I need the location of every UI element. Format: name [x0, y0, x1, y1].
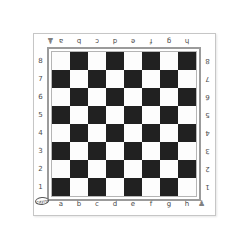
square-c6[interactable]	[88, 88, 106, 106]
coord-label-c: c	[88, 199, 106, 210]
square-g7[interactable]	[160, 70, 178, 88]
square-b7[interactable]	[70, 70, 88, 88]
square-d2[interactable]	[106, 160, 124, 178]
coord-label-2: 2	[34, 160, 47, 178]
brand-logo: cayro	[35, 196, 50, 205]
square-d4[interactable]	[106, 124, 124, 142]
square-e5[interactable]	[124, 106, 142, 124]
square-a1[interactable]	[52, 178, 70, 196]
coord-label-8: 8	[201, 52, 214, 70]
coord-label-e: e	[124, 199, 142, 210]
coord-label-6: 6	[201, 88, 214, 106]
square-c5[interactable]	[88, 106, 106, 124]
square-b8[interactable]	[70, 52, 88, 70]
right-rank-labels: 87654321	[201, 52, 214, 196]
square-b4[interactable]	[70, 124, 88, 142]
square-g1[interactable]	[160, 178, 178, 196]
chess-board	[52, 52, 196, 196]
square-c2[interactable]	[88, 160, 106, 178]
coord-label-b: b	[70, 199, 88, 210]
square-c1[interactable]	[88, 178, 106, 196]
square-d1[interactable]	[106, 178, 124, 196]
chess-mat: abcdefgh ♟ 87654321 87654321 abcdefgh ♟ …	[33, 33, 216, 216]
square-h6[interactable]	[178, 88, 196, 106]
top-file-labels: abcdefgh	[52, 35, 196, 47]
square-d6[interactable]	[106, 88, 124, 106]
square-e7[interactable]	[124, 70, 142, 88]
coord-label-2: 2	[201, 160, 214, 178]
square-h1[interactable]	[178, 178, 196, 196]
coord-label-d: d	[106, 199, 124, 210]
coord-label-b: b	[70, 35, 88, 47]
square-a7[interactable]	[52, 70, 70, 88]
square-f3[interactable]	[142, 142, 160, 160]
coord-label-1: 1	[34, 178, 47, 196]
coord-label-5: 5	[201, 106, 214, 124]
square-f5[interactable]	[142, 106, 160, 124]
square-e2[interactable]	[124, 160, 142, 178]
square-c3[interactable]	[88, 142, 106, 160]
coord-label-3: 3	[201, 142, 214, 160]
coord-label-3: 3	[34, 142, 47, 160]
square-f8[interactable]	[142, 52, 160, 70]
coord-label-1: 1	[201, 178, 214, 196]
pawn-icon: ♟	[46, 35, 55, 46]
coord-label-a: a	[52, 199, 70, 210]
coord-label-g: g	[160, 35, 178, 47]
square-h5[interactable]	[178, 106, 196, 124]
square-e1[interactable]	[124, 178, 142, 196]
square-f4[interactable]	[142, 124, 160, 142]
brand-logo-text: cayro	[36, 198, 49, 204]
coord-label-c: c	[88, 35, 106, 47]
board-inner-line	[51, 51, 197, 197]
coord-label-4: 4	[34, 124, 47, 142]
coord-label-e: e	[124, 35, 142, 47]
coord-label-f: f	[142, 199, 160, 210]
square-f6[interactable]	[142, 88, 160, 106]
coord-label-g: g	[160, 199, 178, 210]
square-b1[interactable]	[70, 178, 88, 196]
square-a8[interactable]	[52, 52, 70, 70]
square-e3[interactable]	[124, 142, 142, 160]
square-g2[interactable]	[160, 160, 178, 178]
coord-label-h: h	[178, 199, 196, 210]
square-f1[interactable]	[142, 178, 160, 196]
square-d8[interactable]	[106, 52, 124, 70]
square-e6[interactable]	[124, 88, 142, 106]
square-b5[interactable]	[70, 106, 88, 124]
square-h3[interactable]	[178, 142, 196, 160]
square-c4[interactable]	[88, 124, 106, 142]
square-b2[interactable]	[70, 160, 88, 178]
square-g8[interactable]	[160, 52, 178, 70]
coord-label-h: h	[178, 35, 196, 47]
coord-label-6: 6	[34, 88, 47, 106]
board-frame	[47, 47, 201, 201]
coord-label-f: f	[142, 35, 160, 47]
square-h8[interactable]	[178, 52, 196, 70]
square-f7[interactable]	[142, 70, 160, 88]
square-b6[interactable]	[70, 88, 88, 106]
square-d5[interactable]	[106, 106, 124, 124]
pawn-icon: ♟	[197, 198, 206, 209]
square-g4[interactable]	[160, 124, 178, 142]
square-c8[interactable]	[88, 52, 106, 70]
left-rank-labels: 87654321	[34, 52, 47, 196]
square-h7[interactable]	[178, 70, 196, 88]
square-a2[interactable]	[52, 160, 70, 178]
square-a4[interactable]	[52, 124, 70, 142]
square-a6[interactable]	[52, 88, 70, 106]
square-c7[interactable]	[88, 70, 106, 88]
square-h2[interactable]	[178, 160, 196, 178]
bottom-file-labels: abcdefgh	[52, 199, 196, 210]
coord-label-d: d	[106, 35, 124, 47]
coord-label-7: 7	[201, 70, 214, 88]
square-a3[interactable]	[52, 142, 70, 160]
square-e4[interactable]	[124, 124, 142, 142]
square-g3[interactable]	[160, 142, 178, 160]
square-d3[interactable]	[106, 142, 124, 160]
square-f2[interactable]	[142, 160, 160, 178]
coord-label-4: 4	[201, 124, 214, 142]
coord-label-8: 8	[34, 52, 47, 70]
square-h4[interactable]	[178, 124, 196, 142]
square-a5[interactable]	[52, 106, 70, 124]
square-g6[interactable]	[160, 88, 178, 106]
coord-label-5: 5	[34, 106, 47, 124]
square-e8[interactable]	[124, 52, 142, 70]
product-photo: abcdefgh ♟ 87654321 87654321 abcdefgh ♟ …	[0, 0, 250, 250]
square-g5[interactable]	[160, 106, 178, 124]
coord-label-7: 7	[34, 70, 47, 88]
square-b3[interactable]	[70, 142, 88, 160]
square-d7[interactable]	[106, 70, 124, 88]
